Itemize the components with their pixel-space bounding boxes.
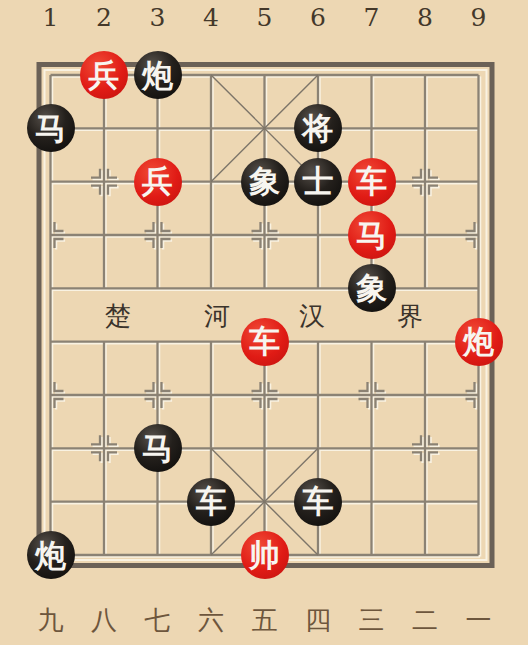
piece-black-chariot[interactable]: 车 — [187, 478, 235, 526]
piece-black-chariot[interactable]: 车 — [294, 478, 342, 526]
piece-black-cannon[interactable]: 炮 — [134, 51, 182, 99]
piece-black-cannon[interactable]: 炮 — [27, 531, 75, 579]
piece-black-horse[interactable]: 马 — [134, 424, 182, 472]
piece-black-advisor[interactable]: 士 — [294, 158, 342, 206]
piece-red-chariot[interactable]: 车 — [348, 158, 396, 206]
piece-black-general[interactable]: 将 — [294, 104, 342, 152]
piece-black-elephant[interactable]: 象 — [241, 158, 289, 206]
piece-red-soldier[interactable]: 兵 — [134, 158, 182, 206]
piece-black-elephant[interactable]: 象 — [348, 264, 396, 312]
piece-black-horse[interactable]: 马 — [27, 104, 75, 152]
piece-red-horse[interactable]: 马 — [348, 211, 396, 259]
piece-red-chariot[interactable]: 车 — [241, 318, 289, 366]
piece-red-cannon[interactable]: 炮 — [455, 318, 503, 366]
piece-red-general[interactable]: 帅 — [241, 531, 289, 579]
piece-red-soldier[interactable]: 兵 — [80, 51, 128, 99]
xiangqi-board: 123456789 九八七六五四三二一 楚河汉界 兵炮马将兵象士车马象车炮马车车… — [0, 0, 528, 645]
